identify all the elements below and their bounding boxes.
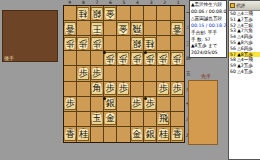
kifu-move-60[interactable]: 60 △4五歩 <box>229 69 260 75</box>
square-8-6[interactable] <box>77 82 90 97</box>
sente-piece-歩[interactable]: 歩 <box>171 82 183 95</box>
gote-piece-歩[interactable]: 歩 <box>131 52 143 65</box>
square-9-2[interactable]: 香 <box>64 21 77 36</box>
square-2-9[interactable]: 桂 <box>157 127 170 142</box>
gote-piece-飛[interactable]: 飛 <box>131 22 143 35</box>
square-7-3[interactable]: 歩 <box>91 36 104 51</box>
square-3-1[interactable] <box>144 6 157 21</box>
gote-piece-歩[interactable]: 歩 <box>117 52 129 65</box>
square-8-8[interactable] <box>77 112 90 127</box>
gote-piece-王[interactable]: 王 <box>91 22 103 35</box>
square-1-8[interactable] <box>171 112 184 127</box>
move-count-line: 手 数: 57 <box>191 37 225 44</box>
square-3-4[interactable]: 歩 <box>144 51 157 66</box>
square-3-8[interactable] <box>144 112 157 127</box>
sente-player-name: ▲黒沢怜生六段 <box>191 2 225 9</box>
sente-piece-桂[interactable]: 桂 <box>157 128 169 141</box>
shogi-app-screen: 後手 987654321 一二三四五六七八九 桂銀金香王金飛香歩歩歩銀桂歩歩歩歩… <box>0 0 260 160</box>
sente-stand-label: 先手 <box>201 73 211 79</box>
gote-time: 00:15 / 00:18:25 <box>191 23 225 30</box>
square-1-4[interactable]: 歩 <box>171 51 184 66</box>
gote-piece-歩[interactable]: 歩 <box>64 37 76 50</box>
square-6-3[interactable] <box>104 36 117 51</box>
square-4-4[interactable]: 歩 <box>131 51 144 66</box>
square-5-3[interactable] <box>117 36 130 51</box>
sente-piece-歩[interactable]: 歩 <box>91 67 103 80</box>
board-star-point <box>144 97 147 100</box>
gote-piece-stand[interactable]: 後手 <box>2 10 58 62</box>
square-4-7[interactable]: 歩 <box>131 97 144 112</box>
square-4-5[interactable] <box>131 66 144 81</box>
square-5-4[interactable]: 歩 <box>117 51 130 66</box>
square-4-6[interactable] <box>131 82 144 97</box>
square-9-5[interactable] <box>64 66 77 81</box>
square-1-9[interactable]: 香 <box>171 127 184 142</box>
kifu-window-title: 棋譜 <box>236 3 245 8</box>
square-8-5[interactable]: 歩 <box>77 66 90 81</box>
kifu-move-list: 50 △4二飛51 ▲7五歩52 △4三銀53 ▲7六角54 △4四歩55 ▲8… <box>229 11 260 75</box>
sente-piece-桂[interactable]: 桂 <box>77 128 89 141</box>
square-7-8[interactable]: 玉 <box>91 112 104 127</box>
gote-piece-金[interactable]: 金 <box>104 7 116 20</box>
square-5-1[interactable] <box>117 6 130 21</box>
square-5-6[interactable]: 歩 <box>117 82 130 97</box>
square-5-5[interactable] <box>117 66 130 81</box>
square-1-7[interactable] <box>171 97 184 112</box>
sente-piece-歩[interactable]: 歩 <box>131 97 143 110</box>
sente-piece-歩[interactable]: 歩 <box>157 82 169 95</box>
sente-piece-金[interactable]: 金 <box>131 128 143 141</box>
game-date: 2024/05/05 <box>191 50 225 57</box>
square-7-7[interactable] <box>91 97 104 112</box>
gote-piece-歩[interactable]: 歩 <box>157 52 169 65</box>
square-2-1[interactable] <box>157 6 170 21</box>
square-8-4[interactable] <box>77 51 90 66</box>
square-9-4[interactable] <box>64 51 77 66</box>
square-6-4[interactable]: 歩 <box>104 51 117 66</box>
sente-piece-歩[interactable]: 歩 <box>117 82 129 95</box>
square-6-7[interactable]: 銀 <box>104 97 117 112</box>
sente-piece-玉[interactable]: 玉 <box>91 112 103 125</box>
gote-stand-label: 後手 <box>4 55 14 61</box>
board-star-point <box>144 51 147 54</box>
square-7-1[interactable]: 銀 <box>91 6 104 21</box>
gote-piece-金[interactable]: 金 <box>117 22 129 35</box>
square-5-9[interactable] <box>117 127 130 142</box>
square-3-6[interactable] <box>144 82 157 97</box>
square-5-2[interactable]: 金 <box>117 21 130 36</box>
square-2-5[interactable] <box>157 66 170 81</box>
gote-piece-銀[interactable]: 銀 <box>131 37 143 50</box>
gote-player-name: △冨田誠也五段 <box>191 16 225 23</box>
square-9-3[interactable]: 歩 <box>64 36 77 51</box>
square-1-2[interactable]: 香 <box>171 21 184 36</box>
board-star-point <box>103 51 106 54</box>
square-3-3[interactable]: 桂 <box>144 36 157 51</box>
square-3-5[interactable] <box>144 66 157 81</box>
square-2-7[interactable] <box>157 97 170 112</box>
game-info-panel: ▲黒沢怜生六段 00:06 / 00:08:04 △冨田誠也五段 00:15 /… <box>189 0 227 58</box>
sente-time: 00:06 / 00:08:04 <box>191 9 225 16</box>
sente-piece-香[interactable]: 香 <box>171 128 183 141</box>
handicap-line: 手合割: 平手 <box>191 30 225 37</box>
square-7-4[interactable] <box>91 51 104 66</box>
square-9-6[interactable] <box>64 82 77 97</box>
gote-piece-桂[interactable]: 桂 <box>144 37 156 50</box>
square-2-3[interactable] <box>157 36 170 51</box>
square-9-9[interactable]: 香 <box>64 127 77 142</box>
square-5-8[interactable] <box>117 112 130 127</box>
square-6-5[interactable] <box>104 66 117 81</box>
square-7-6[interactable]: 角 <box>91 82 104 97</box>
square-8-2[interactable] <box>77 21 90 36</box>
square-2-6[interactable]: 歩 <box>157 82 170 97</box>
square-2-8[interactable]: 飛 <box>157 112 170 127</box>
sente-piece-角[interactable]: 角 <box>91 82 103 95</box>
gote-piece-歩[interactable]: 歩 <box>91 37 103 50</box>
square-3-9[interactable]: 銀 <box>144 127 157 142</box>
square-7-2[interactable]: 王 <box>91 21 104 36</box>
sente-piece-香[interactable]: 香 <box>64 128 76 141</box>
square-6-1[interactable]: 金 <box>104 6 117 21</box>
sente-piece-歩[interactable]: 歩 <box>77 67 89 80</box>
square-8-9[interactable]: 桂 <box>77 127 90 142</box>
shogi-board[interactable]: 桂銀金香王金飛香歩歩歩銀桂歩歩歩歩歩歩歩歩角歩歩歩歩歩銀歩歩玉金飛香桂金銀桂香 <box>63 5 185 143</box>
gote-piece-歩[interactable]: 歩 <box>144 52 156 65</box>
sente-piece-銀[interactable]: 銀 <box>144 128 156 141</box>
square-6-8[interactable]: 金 <box>104 112 117 127</box>
square-2-4[interactable]: 歩 <box>157 51 170 66</box>
square-9-1[interactable] <box>64 6 77 21</box>
gote-piece-歩[interactable]: 歩 <box>77 37 89 50</box>
sente-piece-歩[interactable]: 歩 <box>64 97 76 110</box>
square-8-1[interactable]: 桂 <box>77 6 90 21</box>
square-7-9[interactable] <box>91 127 104 142</box>
square-9-7[interactable]: 歩 <box>64 97 77 112</box>
square-4-1[interactable] <box>131 6 144 21</box>
gote-piece-香[interactable]: 香 <box>171 22 183 35</box>
gote-piece-歩[interactable]: 歩 <box>104 52 116 65</box>
sente-piece-stand[interactable] <box>188 80 218 145</box>
square-1-3[interactable] <box>171 36 184 51</box>
square-8-7[interactable] <box>77 97 90 112</box>
sente-piece-飛[interactable]: 飛 <box>157 112 169 125</box>
sente-piece-金[interactable]: 金 <box>104 112 116 125</box>
gote-piece-桂[interactable]: 桂 <box>77 7 89 20</box>
square-6-2[interactable] <box>104 21 117 36</box>
sente-piece-銀[interactable]: 銀 <box>104 97 116 110</box>
kifu-window-titlebar[interactable]: 棋譜 <box>229 1 260 11</box>
square-4-9[interactable]: 金 <box>131 127 144 142</box>
square-7-5[interactable]: 歩 <box>91 66 104 81</box>
square-4-8[interactable] <box>131 112 144 127</box>
square-8-3[interactable]: 歩 <box>77 36 90 51</box>
square-1-6[interactable]: 歩 <box>171 82 184 97</box>
gote-piece-香[interactable]: 香 <box>64 22 76 35</box>
square-4-2[interactable]: 飛 <box>131 21 144 36</box>
square-6-6[interactable]: 歩 <box>104 82 117 97</box>
square-5-7[interactable] <box>117 97 130 112</box>
square-6-9[interactable] <box>104 127 117 142</box>
square-4-3[interactable]: 銀 <box>131 36 144 51</box>
gote-piece-銀[interactable]: 銀 <box>91 7 103 20</box>
square-1-5[interactable] <box>171 66 184 81</box>
square-3-2[interactable] <box>144 21 157 36</box>
square-9-8[interactable] <box>64 112 77 127</box>
kifu-window: 棋譜 50 △4二飛51 ▲7五歩52 △4三銀53 ▲7六角54 △4四歩55… <box>228 0 260 160</box>
board-star-point <box>103 97 106 100</box>
square-1-1[interactable] <box>171 6 184 21</box>
gote-piece-歩[interactable]: 歩 <box>171 52 183 65</box>
square-2-2[interactable] <box>157 21 170 36</box>
kifu-window-icon <box>230 3 235 8</box>
last-move-line: ▲8五歩 まで <box>191 43 225 50</box>
sente-piece-歩[interactable]: 歩 <box>104 82 116 95</box>
